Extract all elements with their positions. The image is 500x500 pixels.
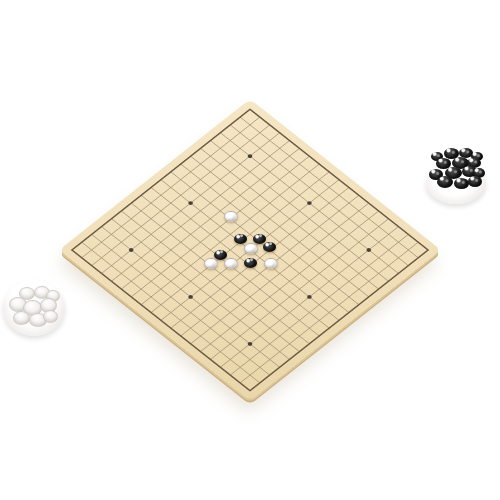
go-board — [59, 99, 441, 401]
board-grid — [70, 108, 429, 392]
black-stone-pebble — [468, 176, 482, 187]
white-stone-pebble — [43, 310, 58, 323]
black-stone-pebble — [437, 176, 453, 188]
white-stone-pebble — [13, 311, 30, 325]
black-stones-bowl — [424, 146, 488, 206]
white-stones-bowl — [2, 278, 66, 338]
black-stone-pebble — [454, 178, 469, 189]
product-photo-stage — [0, 0, 500, 500]
